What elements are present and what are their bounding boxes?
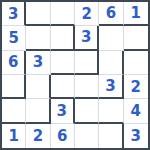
cell-r3c5[interactable] (99, 51, 123, 75)
jigsaw-sudoku-board: 3261536332341263 (0, 0, 150, 150)
cell-r6c4[interactable] (75, 124, 99, 148)
cell-r3c4[interactable] (75, 51, 99, 75)
cell-r6c6[interactable]: 3 (124, 124, 148, 148)
cell-r3c2[interactable]: 3 (26, 51, 50, 75)
cell-r4c2[interactable] (26, 75, 50, 99)
cell-r6c1[interactable]: 1 (2, 124, 26, 148)
cell-r1c1[interactable]: 3 (2, 2, 26, 26)
cell-r2c5[interactable] (99, 26, 123, 50)
cell-r5c5[interactable] (99, 99, 123, 123)
cell-r1c5[interactable]: 6 (99, 2, 123, 26)
cell-r2c2[interactable] (26, 26, 50, 50)
cell-r1c6[interactable]: 1 (124, 2, 148, 26)
cell-r5c4[interactable] (75, 99, 99, 123)
cell-r6c5[interactable] (99, 124, 123, 148)
cell-r4c3[interactable] (51, 75, 75, 99)
cell-r2c6[interactable] (124, 26, 148, 50)
cell-r2c4[interactable]: 3 (75, 26, 99, 50)
cell-r6c3[interactable]: 6 (51, 124, 75, 148)
cell-r5c1[interactable] (2, 99, 26, 123)
cell-r3c3[interactable] (51, 51, 75, 75)
cell-r2c1[interactable]: 5 (2, 26, 26, 50)
cell-r5c6[interactable]: 4 (124, 99, 148, 123)
cell-r6c2[interactable]: 2 (26, 124, 50, 148)
cell-r4c4[interactable] (75, 75, 99, 99)
cell-r1c3[interactable] (51, 2, 75, 26)
cell-r3c6[interactable] (124, 51, 148, 75)
cell-r2c3[interactable] (51, 26, 75, 50)
cell-r4c1[interactable] (2, 75, 26, 99)
cell-r5c3[interactable]: 3 (51, 99, 75, 123)
cell-r5c2[interactable] (26, 99, 50, 123)
cell-r1c2[interactable] (26, 2, 50, 26)
cell-r3c1[interactable]: 6 (2, 51, 26, 75)
cell-r4c6[interactable]: 2 (124, 75, 148, 99)
cell-r1c4[interactable]: 2 (75, 2, 99, 26)
cell-r4c5[interactable]: 3 (99, 75, 123, 99)
